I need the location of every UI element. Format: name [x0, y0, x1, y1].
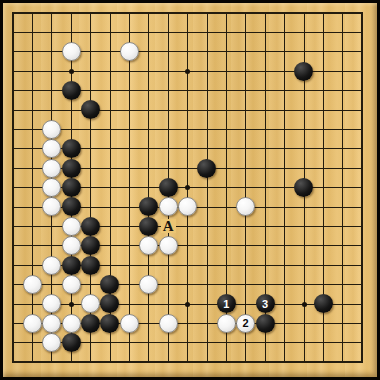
board-point: [42, 139, 61, 158]
white-stone: [42, 256, 61, 275]
white-stone: [62, 275, 81, 294]
board-point: [139, 236, 158, 255]
board-point: [236, 197, 255, 216]
board-point: [42, 314, 61, 333]
black-stone: [62, 178, 81, 197]
board-point: [81, 217, 100, 236]
white-stone: [62, 42, 81, 61]
board-point: [61, 217, 80, 236]
board-point: [139, 275, 158, 294]
label-A: A: [161, 219, 176, 233]
white-stone: [42, 178, 61, 197]
black-stone: [100, 294, 119, 313]
white-stone: [23, 314, 42, 333]
board-point: [178, 197, 197, 216]
board-point: [314, 294, 333, 313]
board-point: [61, 158, 80, 177]
board-point: [139, 197, 158, 216]
board-point: [42, 178, 61, 197]
board-point: [61, 42, 80, 61]
move-3-stone: 3: [256, 294, 275, 313]
white-stone: [23, 275, 42, 294]
black-stone: [81, 100, 100, 119]
board-point: [42, 255, 61, 274]
board-point: [81, 236, 100, 255]
black-stone: [81, 256, 100, 275]
go-diagram: A132: [0, 0, 380, 380]
board-point: [81, 255, 100, 274]
board-point: [100, 314, 119, 333]
board-point: [139, 217, 158, 236]
black-stone: [100, 314, 119, 333]
board-point: [42, 120, 61, 139]
board-point: [158, 197, 177, 216]
white-stone: [159, 314, 178, 333]
board-point: [100, 294, 119, 313]
black-stone: [81, 217, 100, 236]
white-stone: [159, 236, 178, 255]
board-frame: A132: [0, 0, 380, 380]
board-point: [42, 333, 61, 352]
board-point: [61, 275, 80, 294]
white-stone: [81, 294, 100, 313]
board-point: [255, 314, 274, 333]
board-point: [120, 314, 139, 333]
board-point: 2: [236, 314, 255, 333]
board-point: [61, 81, 80, 100]
white-stone: [120, 42, 139, 61]
white-stone: [42, 314, 61, 333]
black-stone: [294, 62, 313, 81]
black-stone: [139, 217, 158, 236]
board-point: A: [158, 217, 177, 236]
black-stone: [62, 139, 81, 158]
board-point: [61, 333, 80, 352]
board-point: [61, 255, 80, 274]
black-stone: [314, 294, 333, 313]
black-stone: [197, 159, 216, 178]
board-point: [158, 236, 177, 255]
white-stone: [62, 217, 81, 236]
black-stone: [139, 197, 158, 216]
white-stone: [42, 333, 61, 352]
board-point: 1: [217, 294, 236, 313]
board-point: [42, 158, 61, 177]
go-board: A132: [3, 3, 377, 377]
board-point: [158, 178, 177, 197]
black-stone: [159, 178, 178, 197]
white-stone: [62, 236, 81, 255]
board-point: [158, 314, 177, 333]
board-grid: A132: [3, 3, 371, 371]
board-point: [23, 314, 42, 333]
black-stone: [62, 159, 81, 178]
black-stone: [294, 178, 313, 197]
board-point: [61, 139, 80, 158]
move-1-stone: 1: [217, 294, 236, 313]
board-point: [217, 314, 236, 333]
black-stone: [256, 314, 275, 333]
white-stone: [217, 314, 236, 333]
white-stone: [178, 197, 197, 216]
white-stone: [42, 120, 61, 139]
board-point: [120, 42, 139, 61]
board-point: [61, 314, 80, 333]
white-stone: [139, 275, 158, 294]
board-point: [81, 100, 100, 119]
move-2-stone: 2: [236, 314, 255, 333]
white-stone: [42, 139, 61, 158]
white-stone: [42, 197, 61, 216]
black-stone: [100, 275, 119, 294]
board-point: 3: [255, 294, 274, 313]
board-point: [81, 314, 100, 333]
black-stone: [81, 236, 100, 255]
board-point: [81, 294, 100, 313]
board-point: [100, 275, 119, 294]
board-point: [294, 61, 313, 80]
white-stone: [159, 197, 178, 216]
board-point: [42, 294, 61, 313]
black-stone: [62, 81, 81, 100]
board-point: [61, 197, 80, 216]
white-stone: [139, 236, 158, 255]
black-stone: [62, 197, 81, 216]
board-point: [61, 178, 80, 197]
black-stone: [81, 314, 100, 333]
white-stone: [42, 159, 61, 178]
white-stone: [236, 197, 255, 216]
black-stone: [62, 256, 81, 275]
white-stone: [120, 314, 139, 333]
white-stone: [42, 294, 61, 313]
board-point: [294, 178, 313, 197]
board-point: [23, 275, 42, 294]
board-point: [61, 236, 80, 255]
board-point: [197, 158, 216, 177]
white-stone: [62, 314, 81, 333]
board-point: [42, 197, 61, 216]
black-stone: [62, 333, 81, 352]
